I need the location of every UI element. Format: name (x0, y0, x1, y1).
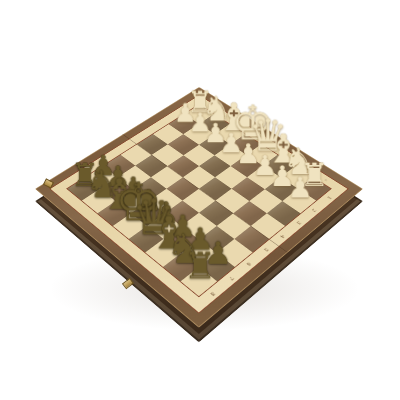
board-grid (66, 104, 332, 298)
board-scene: 12345678 abcdefgh ♜♞♝♚♛♝♞♜♟♟♟♟♟♟♟♟♟♟♟♟♟♟… (0, 0, 400, 400)
chess-board: 12345678 abcdefgh ♜♞♝♚♛♝♞♜♟♟♟♟♟♟♟♟♟♟♟♟♟♟… (35, 87, 363, 328)
photo-stage: 12345678 abcdefgh ♜♞♝♚♛♝♞♜♟♟♟♟♟♟♟♟♟♟♟♟♟♟… (0, 0, 400, 400)
